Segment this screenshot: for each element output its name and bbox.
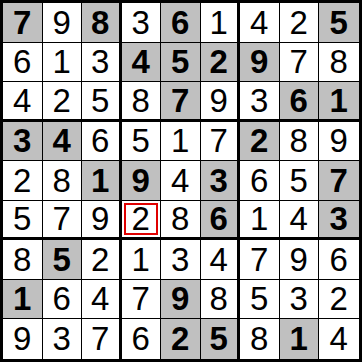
cell-r2c5[interactable]: 5 (161, 43, 201, 83)
cell-r6c7[interactable]: 1 (240, 201, 280, 241)
cell-r2c2[interactable]: 1 (43, 43, 83, 83)
cell-r1c6[interactable]: 1 (201, 3, 241, 43)
cell-r4c5[interactable]: 1 (161, 122, 201, 162)
cell-r7c3[interactable]: 2 (82, 240, 122, 280)
cell-r3c1[interactable]: 4 (3, 82, 43, 122)
cell-r6c8[interactable]: 4 (280, 201, 320, 241)
cell-r4c6[interactable]: 7 (201, 122, 241, 162)
cell-r4c4[interactable]: 5 (122, 122, 162, 162)
cell-r7c2[interactable]: 5 (43, 240, 83, 280)
cell-r3c4[interactable]: 8 (122, 82, 162, 122)
cell-r8c7[interactable]: 5 (240, 280, 280, 320)
cell-r6c1[interactable]: 5 (3, 201, 43, 241)
cell-r2c3[interactable]: 3 (82, 43, 122, 83)
cell-r7c5[interactable]: 3 (161, 240, 201, 280)
cell-r4c7[interactable]: 2 (240, 122, 280, 162)
cell-r7c4[interactable]: 1 (122, 240, 162, 280)
cell-r1c3[interactable]: 8 (82, 3, 122, 43)
cell-r3c9[interactable]: 1 (319, 82, 359, 122)
cell-r8c9[interactable]: 2 (319, 280, 359, 320)
cell-r9c5[interactable]: 2 (161, 319, 201, 359)
cell-r9c8[interactable]: 1 (280, 319, 320, 359)
cell-r3c5[interactable]: 7 (161, 82, 201, 122)
cell-r8c5[interactable]: 9 (161, 280, 201, 320)
cell-r2c4[interactable]: 4 (122, 43, 162, 83)
cell-r7c9[interactable]: 6 (319, 240, 359, 280)
cell-r3c8[interactable]: 6 (280, 82, 320, 122)
cell-r3c3[interactable]: 5 (82, 82, 122, 122)
cell-r5c7[interactable]: 6 (240, 161, 280, 201)
cell-r4c8[interactable]: 8 (280, 122, 320, 162)
cell-r1c1[interactable]: 7 (3, 3, 43, 43)
cell-r3c2[interactable]: 2 (43, 82, 83, 122)
cell-r5c3[interactable]: 1 (82, 161, 122, 201)
cell-r4c9[interactable]: 9 (319, 122, 359, 162)
cell-r5c4[interactable]: 9 (122, 161, 162, 201)
cell-r4c1[interactable]: 3 (3, 122, 43, 162)
cell-r6c5[interactable]: 8 (161, 201, 201, 241)
cell-r6c9[interactable]: 3 (319, 201, 359, 241)
cell-r1c7[interactable]: 4 (240, 3, 280, 43)
cell-r8c2[interactable]: 6 (43, 280, 83, 320)
cell-r9c1[interactable]: 9 (3, 319, 43, 359)
cell-r8c6[interactable]: 8 (201, 280, 241, 320)
sudoku-board: 7983614256134529784258793613465172892819… (0, 0, 362, 362)
cell-r7c7[interactable]: 7 (240, 240, 280, 280)
cell-r6c6[interactable]: 6 (201, 201, 241, 241)
cell-r6c4-selected[interactable]: 2 (122, 201, 162, 241)
cell-r9c4[interactable]: 6 (122, 319, 162, 359)
cell-r2c8[interactable]: 7 (280, 43, 320, 83)
cell-r8c8[interactable]: 3 (280, 280, 320, 320)
cell-r9c3[interactable]: 7 (82, 319, 122, 359)
cell-r5c9[interactable]: 7 (319, 161, 359, 201)
cell-r9c7[interactable]: 8 (240, 319, 280, 359)
cell-r3c7[interactable]: 3 (240, 82, 280, 122)
cell-r7c6[interactable]: 4 (201, 240, 241, 280)
cell-r8c4[interactable]: 7 (122, 280, 162, 320)
cell-r2c6[interactable]: 2 (201, 43, 241, 83)
cell-r3c6[interactable]: 9 (201, 82, 241, 122)
cell-r2c1[interactable]: 6 (3, 43, 43, 83)
cell-r1c9[interactable]: 5 (319, 3, 359, 43)
cell-r5c2[interactable]: 8 (43, 161, 83, 201)
cell-r5c6[interactable]: 3 (201, 161, 241, 201)
cell-r8c1[interactable]: 1 (3, 280, 43, 320)
cell-r5c1[interactable]: 2 (3, 161, 43, 201)
cell-r8c3[interactable]: 4 (82, 280, 122, 320)
cell-r2c9[interactable]: 8 (319, 43, 359, 83)
cell-r9c9[interactable]: 4 (319, 319, 359, 359)
cell-r9c6[interactable]: 5 (201, 319, 241, 359)
cell-r5c8[interactable]: 5 (280, 161, 320, 201)
cell-r1c5[interactable]: 6 (161, 3, 201, 43)
cell-r6c3[interactable]: 9 (82, 201, 122, 241)
cell-r4c3[interactable]: 6 (82, 122, 122, 162)
cell-r1c2[interactable]: 9 (43, 3, 83, 43)
cell-r9c2[interactable]: 3 (43, 319, 83, 359)
cell-r5c5[interactable]: 4 (161, 161, 201, 201)
cell-r7c1[interactable]: 8 (3, 240, 43, 280)
cell-r1c8[interactable]: 2 (280, 3, 320, 43)
cell-r6c2[interactable]: 7 (43, 201, 83, 241)
cell-r2c7[interactable]: 9 (240, 43, 280, 83)
cell-r1c4[interactable]: 3 (122, 3, 162, 43)
cell-r4c2[interactable]: 4 (43, 122, 83, 162)
cell-r7c8[interactable]: 9 (280, 240, 320, 280)
